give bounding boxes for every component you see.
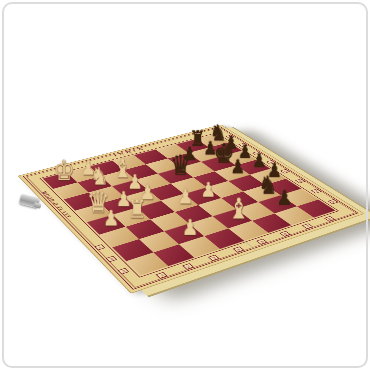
coordinate-label: 3 <box>117 268 129 275</box>
chess-board: INDIA WOOD-O-PLAST 12345678 12345678 123… <box>18 124 365 293</box>
product-photo: INDIA WOOD-O-PLAST 12345678 12345678 123… <box>0 0 370 370</box>
white-rook[interactable]: ♜ <box>122 197 150 222</box>
coordinate-label: 7 <box>311 189 321 194</box>
coordinate-label: 2 <box>182 263 194 269</box>
playing-grid: ♚♟♜♞♞♝♟♟♟♟♛♚♟♛♟♟♟♟♟♜♟♟♟♞♟♝♟ <box>43 134 336 275</box>
coordinate-label: 4 <box>232 247 243 253</box>
coordinate-label: 2 <box>105 256 116 262</box>
black-pawn[interactable]: ♟ <box>225 158 251 177</box>
white-bishop[interactable]: ♝ <box>224 195 252 223</box>
coordinate-label: 7 <box>302 223 313 228</box>
coordinate-label: 3 <box>208 255 220 261</box>
white-king[interactable]: ♚ <box>51 156 78 184</box>
coordinate-label: 1 <box>156 272 168 279</box>
coordinate-label: 6 <box>295 179 305 184</box>
coordinate-label: 5 <box>256 239 267 245</box>
white-pawn[interactable]: ♟ <box>175 217 204 239</box>
coordinate-label: 6 <box>279 231 290 237</box>
black-queen[interactable]: ♛ <box>168 152 194 180</box>
coordinate-label: 8 <box>324 216 335 221</box>
scene: INDIA WOOD-O-PLAST 12345678 12345678 123… <box>0 0 370 370</box>
coordinate-label: 1 <box>94 244 105 250</box>
white-pawn[interactable]: ♟ <box>171 187 198 208</box>
black-pawn[interactable]: ♟ <box>270 188 298 209</box>
white-pawn[interactable]: ♟ <box>97 208 126 230</box>
coordinate-label: 8 <box>327 199 338 204</box>
